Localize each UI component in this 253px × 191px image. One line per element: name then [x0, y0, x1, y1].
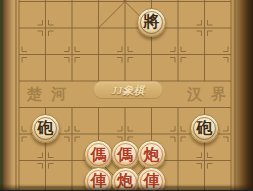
piece-glyph: 砲	[197, 120, 213, 136]
piece-glyph: 傌	[117, 147, 133, 163]
board-grid[interactable]: 將砲砲傌傌炮俥炮俥	[6, 0, 245, 190]
piece-red-horse-right[interactable]: 傌	[111, 140, 140, 169]
piece-glyph: 俥	[144, 173, 160, 189]
piece-glyph: 炮	[144, 147, 160, 163]
piece-glyph: 將	[144, 14, 160, 30]
piece-black-cannon-right[interactable]: 砲	[190, 114, 219, 143]
piece-glyph: 傌	[91, 147, 107, 163]
piece-black-general[interactable]: 將	[137, 8, 166, 37]
piece-red-cannon-upper[interactable]: 炮	[137, 140, 166, 169]
piece-black-cannon-left[interactable]: 砲	[31, 114, 60, 143]
piece-glyph: 炮	[117, 173, 133, 189]
piece-red-cannon-lower[interactable]: 炮	[111, 167, 140, 191]
piece-red-chariot-right[interactable]: 俥	[137, 167, 166, 191]
piece-glyph: 砲	[38, 120, 54, 136]
piece-red-horse-left[interactable]: 傌	[84, 140, 113, 169]
piece-red-chariot-left[interactable]: 俥	[84, 167, 113, 191]
xiangqi-board-screen: 楚河 汉界 JJ象棋 將砲砲傌傌炮俥炮俥	[0, 0, 253, 190]
piece-glyph: 俥	[91, 173, 107, 189]
